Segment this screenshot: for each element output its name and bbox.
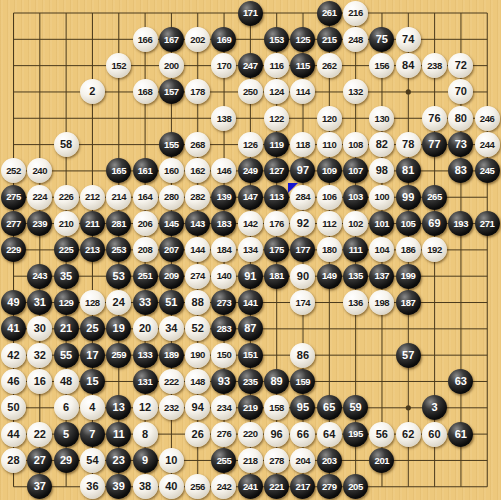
stone-move-201: 201 — [369, 448, 394, 473]
stone-move-169: 169 — [211, 27, 236, 52]
stone-move-138: 138 — [211, 106, 236, 131]
stone-move-87: 87 — [238, 316, 263, 341]
stone-move-241: 241 — [238, 474, 263, 499]
stone-move-4: 4 — [80, 395, 105, 420]
stone-move-217: 217 — [290, 474, 315, 499]
stone-move-44: 44 — [1, 422, 26, 447]
stone-move-32: 32 — [27, 343, 52, 368]
stone-move-28: 28 — [1, 448, 26, 473]
stone-move-25: 25 — [80, 316, 105, 341]
stone-move-75: 75 — [369, 27, 394, 52]
stone-move-176: 176 — [264, 211, 289, 236]
stone-move-120: 120 — [317, 106, 342, 131]
stone-move-232: 232 — [159, 395, 184, 420]
stone-move-186: 186 — [396, 237, 421, 262]
stone-move-148: 148 — [185, 369, 210, 394]
stone-move-200: 200 — [159, 53, 184, 78]
stone-move-34: 34 — [159, 316, 184, 341]
stone-move-247: 247 — [238, 53, 263, 78]
stone-move-66: 66 — [290, 422, 315, 447]
stone-move-250: 250 — [238, 79, 263, 104]
stone-move-16: 16 — [27, 369, 52, 394]
stone-move-207: 207 — [159, 237, 184, 262]
stone-move-90: 90 — [290, 264, 315, 289]
stone-move-145: 145 — [159, 211, 184, 236]
stone-move-209: 209 — [159, 264, 184, 289]
stone-move-218: 218 — [238, 448, 263, 473]
stone-move-99: 99 — [396, 185, 421, 210]
stone-move-130: 130 — [369, 106, 394, 131]
stone-move-278: 278 — [264, 448, 289, 473]
stone-move-164: 164 — [133, 185, 158, 210]
stone-move-189: 189 — [159, 343, 184, 368]
stone-move-155: 155 — [159, 132, 184, 157]
stone-move-54: 54 — [80, 448, 105, 473]
stone-move-65: 65 — [317, 395, 342, 420]
stone-move-49: 49 — [1, 290, 26, 315]
stone-move-19: 19 — [106, 316, 131, 341]
stone-move-125: 125 — [290, 27, 315, 52]
stone-move-181: 181 — [264, 264, 289, 289]
stone-move-168: 168 — [133, 79, 158, 104]
stone-move-142: 142 — [238, 211, 263, 236]
stone-move-35: 35 — [54, 264, 79, 289]
stone-move-225: 225 — [54, 237, 79, 262]
stone-move-251: 251 — [133, 264, 158, 289]
stone-move-208: 208 — [133, 237, 158, 262]
stone-move-219: 219 — [238, 395, 263, 420]
stone-move-273: 273 — [211, 290, 236, 315]
stone-move-224: 224 — [27, 185, 52, 210]
stone-move-64: 64 — [317, 422, 342, 447]
stone-move-252: 252 — [1, 158, 26, 183]
stone-move-31: 31 — [27, 290, 52, 315]
stone-move-281: 281 — [106, 211, 131, 236]
stone-move-62: 62 — [396, 422, 421, 447]
stone-move-268: 268 — [185, 132, 210, 157]
stone-move-29: 29 — [54, 448, 79, 473]
stone-move-24: 24 — [106, 290, 131, 315]
stone-move-149: 149 — [317, 264, 342, 289]
stone-move-73: 73 — [448, 132, 473, 157]
stone-move-109: 109 — [317, 158, 342, 183]
stones-layer: 1712612161661672021691531252152487574152… — [0, 0, 500, 500]
stone-move-12: 12 — [133, 395, 158, 420]
stone-move-199: 199 — [396, 264, 421, 289]
stone-move-248: 248 — [343, 27, 368, 52]
stone-move-52: 52 — [185, 316, 210, 341]
stone-move-132: 132 — [343, 79, 368, 104]
stone-move-72: 72 — [448, 53, 473, 78]
stone-move-240: 240 — [27, 158, 52, 183]
stone-move-202: 202 — [185, 27, 210, 52]
stone-move-166: 166 — [133, 27, 158, 52]
stone-move-98: 98 — [369, 158, 394, 183]
stone-move-112: 112 — [317, 211, 342, 236]
stone-move-116: 116 — [264, 53, 289, 78]
stone-move-40: 40 — [159, 474, 184, 499]
stone-move-53: 53 — [106, 264, 131, 289]
last-move-marker-icon — [288, 183, 298, 193]
stone-move-193: 193 — [448, 211, 473, 236]
stone-move-151: 151 — [238, 343, 263, 368]
stone-move-239: 239 — [27, 211, 52, 236]
stone-move-174: 174 — [290, 290, 315, 315]
stone-move-100: 100 — [369, 185, 394, 210]
stone-move-5: 5 — [54, 422, 79, 447]
stone-move-167: 167 — [159, 27, 184, 52]
stone-move-56: 56 — [369, 422, 394, 447]
stone-move-33: 33 — [133, 290, 158, 315]
stone-move-127: 127 — [264, 158, 289, 183]
stone-move-198: 198 — [369, 290, 394, 315]
stone-move-39: 39 — [106, 474, 131, 499]
stone-move-187: 187 — [396, 290, 421, 315]
stone-move-70: 70 — [448, 79, 473, 104]
stone-move-118: 118 — [290, 132, 315, 157]
stone-move-192: 192 — [422, 237, 447, 262]
stone-move-134: 134 — [238, 237, 263, 262]
stone-move-46: 46 — [1, 369, 26, 394]
stone-move-102: 102 — [343, 211, 368, 236]
stone-move-146: 146 — [211, 158, 236, 183]
stone-move-133: 133 — [133, 343, 158, 368]
stone-move-170: 170 — [211, 53, 236, 78]
stone-move-156: 156 — [369, 53, 394, 78]
stone-move-135: 135 — [343, 264, 368, 289]
stone-move-136: 136 — [343, 290, 368, 315]
stone-move-51: 51 — [159, 290, 184, 315]
stone-move-265: 265 — [422, 185, 447, 210]
stone-move-95: 95 — [290, 395, 315, 420]
stone-move-261: 261 — [317, 1, 342, 26]
stone-move-13: 13 — [106, 395, 131, 420]
stone-move-55: 55 — [54, 343, 79, 368]
stone-move-284: 284 — [290, 185, 315, 210]
stone-move-282: 282 — [185, 185, 210, 210]
stone-move-22: 22 — [27, 422, 52, 447]
stone-move-137: 137 — [369, 264, 394, 289]
stone-move-177: 177 — [290, 237, 315, 262]
stone-move-115: 115 — [290, 53, 315, 78]
stone-move-50: 50 — [1, 395, 26, 420]
stone-move-23: 23 — [106, 448, 131, 473]
stone-move-74: 74 — [396, 27, 421, 52]
stone-move-107: 107 — [343, 158, 368, 183]
stone-move-277: 277 — [1, 211, 26, 236]
stone-move-222: 222 — [159, 369, 184, 394]
stone-move-83: 83 — [448, 158, 473, 183]
stone-move-11: 11 — [106, 422, 131, 447]
stone-move-195: 195 — [343, 422, 368, 447]
stone-move-243: 243 — [27, 264, 52, 289]
stone-move-259: 259 — [106, 343, 131, 368]
stone-move-159: 159 — [290, 369, 315, 394]
stone-move-21: 21 — [54, 316, 79, 341]
stone-move-205: 205 — [343, 474, 368, 499]
stone-move-214: 214 — [106, 185, 131, 210]
stone-move-143: 143 — [185, 211, 210, 236]
stone-move-6: 6 — [54, 395, 79, 420]
stone-move-206: 206 — [133, 211, 158, 236]
stone-move-244: 244 — [475, 132, 500, 157]
stone-move-279: 279 — [317, 474, 342, 499]
stone-move-128: 128 — [80, 290, 105, 315]
stone-move-77: 77 — [422, 132, 447, 157]
stone-move-180: 180 — [317, 237, 342, 262]
stone-move-175: 175 — [264, 237, 289, 262]
stone-move-150: 150 — [211, 343, 236, 368]
stone-move-212: 212 — [80, 185, 105, 210]
stone-move-27: 27 — [27, 448, 52, 473]
stone-move-3: 3 — [422, 395, 447, 420]
stone-move-203: 203 — [317, 448, 342, 473]
stone-move-101: 101 — [369, 211, 394, 236]
stone-move-245: 245 — [475, 158, 500, 183]
stone-move-20: 20 — [133, 316, 158, 341]
stone-move-59: 59 — [343, 395, 368, 420]
stone-move-89: 89 — [264, 369, 289, 394]
stone-move-91: 91 — [238, 264, 263, 289]
stone-move-238: 238 — [422, 53, 447, 78]
stone-move-76: 76 — [422, 106, 447, 131]
stone-move-165: 165 — [106, 158, 131, 183]
go-board[interactable]: 1712612161661672021691531252152487574152… — [0, 0, 501, 500]
stone-move-126: 126 — [238, 132, 263, 157]
stone-move-249: 249 — [238, 158, 263, 183]
stone-move-220: 220 — [238, 422, 263, 447]
stone-move-2: 2 — [80, 79, 105, 104]
stone-move-97: 97 — [290, 158, 315, 183]
stone-move-108: 108 — [343, 132, 368, 157]
stone-move-8: 8 — [133, 422, 158, 447]
stone-move-36: 36 — [80, 474, 105, 499]
stone-move-141: 141 — [238, 290, 263, 315]
stone-move-37: 37 — [27, 474, 52, 499]
stone-move-162: 162 — [185, 158, 210, 183]
stone-move-275: 275 — [1, 185, 26, 210]
stone-move-140: 140 — [211, 264, 236, 289]
stone-move-81: 81 — [396, 158, 421, 183]
stone-move-122: 122 — [264, 106, 289, 131]
stone-move-255: 255 — [211, 448, 236, 473]
stone-move-41: 41 — [1, 316, 26, 341]
stone-move-106: 106 — [317, 185, 342, 210]
stone-move-80: 80 — [448, 106, 473, 131]
stone-move-111: 111 — [343, 237, 368, 262]
stone-move-48: 48 — [54, 369, 79, 394]
stone-move-7: 7 — [80, 422, 105, 447]
stone-move-215: 215 — [317, 27, 342, 52]
stone-move-110: 110 — [317, 132, 342, 157]
stone-move-147: 147 — [238, 185, 263, 210]
stone-move-183: 183 — [211, 211, 236, 236]
stone-move-242: 242 — [211, 474, 236, 499]
stone-move-190: 190 — [185, 343, 210, 368]
stone-move-58: 58 — [54, 132, 79, 157]
stone-move-256: 256 — [185, 474, 210, 499]
stone-move-139: 139 — [211, 185, 236, 210]
stone-move-30: 30 — [27, 316, 52, 341]
stone-move-10: 10 — [159, 448, 184, 473]
stone-move-262: 262 — [317, 53, 342, 78]
stone-move-88: 88 — [185, 290, 210, 315]
stone-move-113: 113 — [264, 185, 289, 210]
stone-move-69: 69 — [422, 211, 447, 236]
stone-move-17: 17 — [80, 343, 105, 368]
stone-move-63: 63 — [448, 369, 473, 394]
stone-move-93: 93 — [211, 369, 236, 394]
stone-move-94: 94 — [185, 395, 210, 420]
stone-move-9: 9 — [133, 448, 158, 473]
stone-move-114: 114 — [290, 79, 315, 104]
stone-move-280: 280 — [159, 185, 184, 210]
stone-move-38: 38 — [133, 474, 158, 499]
stone-move-15: 15 — [80, 369, 105, 394]
stone-move-104: 104 — [369, 237, 394, 262]
stone-move-152: 152 — [106, 53, 131, 78]
stone-move-61: 61 — [448, 422, 473, 447]
stone-move-283: 283 — [211, 316, 236, 341]
stone-move-271: 271 — [475, 211, 500, 236]
stone-move-221: 221 — [264, 474, 289, 499]
stone-move-216: 216 — [343, 1, 368, 26]
stone-move-229: 229 — [1, 237, 26, 262]
stone-move-82: 82 — [369, 132, 394, 157]
stone-move-124: 124 — [264, 79, 289, 104]
stone-move-131: 131 — [133, 369, 158, 394]
stone-move-253: 253 — [106, 237, 131, 262]
stone-move-158: 158 — [264, 395, 289, 420]
stone-move-86: 86 — [290, 343, 315, 368]
stone-move-160: 160 — [159, 158, 184, 183]
stone-move-60: 60 — [422, 422, 447, 447]
stone-move-157: 157 — [159, 79, 184, 104]
stone-move-213: 213 — [80, 237, 105, 262]
stone-move-103: 103 — [343, 185, 368, 210]
stone-move-105: 105 — [396, 211, 421, 236]
stone-move-184: 184 — [211, 237, 236, 262]
stone-move-235: 235 — [238, 369, 263, 394]
stone-move-129: 129 — [54, 290, 79, 315]
stone-move-226: 226 — [54, 185, 79, 210]
stone-move-26: 26 — [185, 422, 210, 447]
stone-move-234: 234 — [211, 395, 236, 420]
stone-move-276: 276 — [211, 422, 236, 447]
stone-move-211: 211 — [80, 211, 105, 236]
stone-move-153: 153 — [264, 27, 289, 52]
stone-move-92: 92 — [290, 211, 315, 236]
stone-move-246: 246 — [475, 106, 500, 131]
stone-move-78: 78 — [396, 132, 421, 157]
stone-move-57: 57 — [396, 343, 421, 368]
stone-move-178: 178 — [185, 79, 210, 104]
stone-move-204: 204 — [290, 448, 315, 473]
stone-move-84: 84 — [396, 53, 421, 78]
stone-move-171: 171 — [238, 1, 263, 26]
stone-move-119: 119 — [264, 132, 289, 157]
stone-move-144: 144 — [185, 237, 210, 262]
stone-move-42: 42 — [1, 343, 26, 368]
stone-move-210: 210 — [54, 211, 79, 236]
stone-move-274: 274 — [185, 264, 210, 289]
stone-move-96: 96 — [264, 422, 289, 447]
stone-move-161: 161 — [133, 158, 158, 183]
